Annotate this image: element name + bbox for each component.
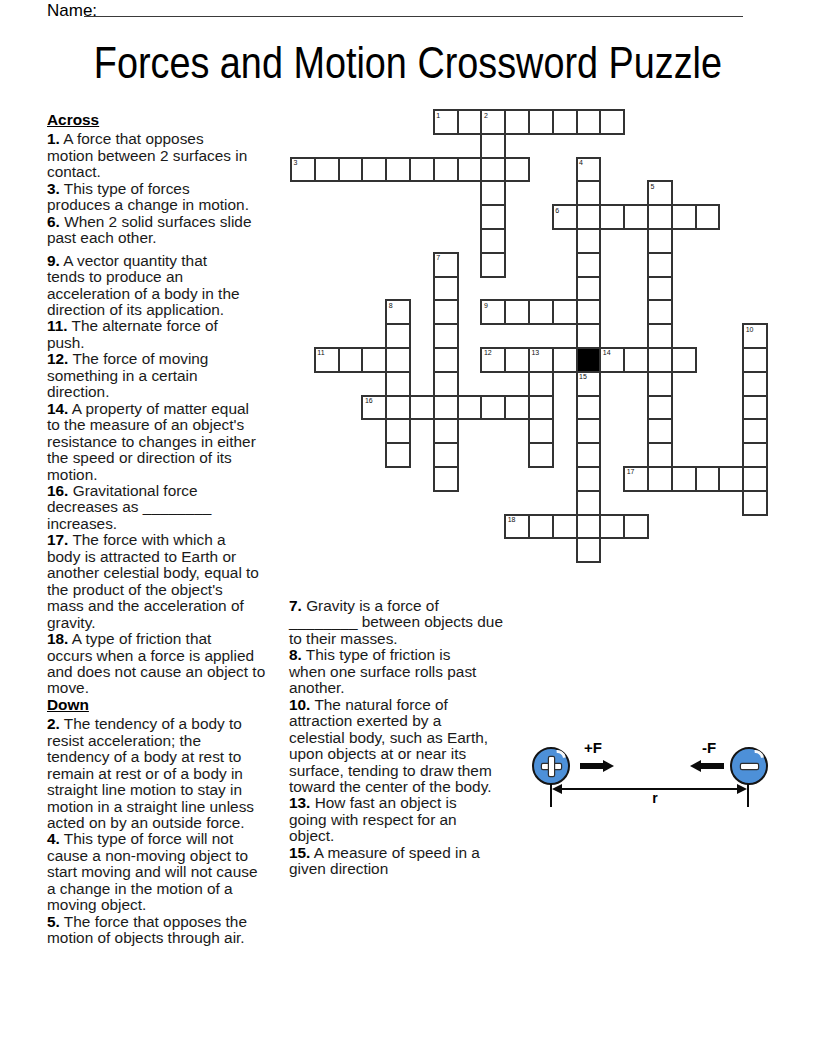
- clue-number-label: 17.: [47, 531, 68, 548]
- clue-text: A measure of speed in a given direction: [289, 844, 480, 877]
- grid-cell[interactable]: [458, 158, 482, 182]
- clue-18: 18. A type of friction that occurs when …: [47, 631, 292, 697]
- grid-cell[interactable]: [458, 110, 482, 134]
- plus-force-label: +F: [576, 739, 610, 756]
- grid-cell[interactable]: [672, 205, 696, 229]
- grid-cell[interactable]: [577, 253, 601, 277]
- across-clue-list: 1. A force that opposes motion between 2…: [47, 131, 292, 696]
- grid-cell[interactable]: [648, 277, 672, 301]
- clue-9: 9. A vector quantity that tends to produ…: [47, 253, 292, 319]
- grid-cell[interactable]: [386, 324, 410, 348]
- clue-text: The force of moving something in a certa…: [47, 350, 208, 400]
- grid-cell[interactable]: [743, 396, 767, 420]
- grid-cell[interactable]: [529, 300, 553, 324]
- negative-charge: [730, 747, 768, 785]
- clue-number-label: 13.: [289, 794, 310, 811]
- grid-cell[interactable]: [624, 348, 648, 372]
- clue-number-label: 4.: [47, 830, 60, 847]
- grid-cell[interactable]: [719, 467, 743, 491]
- grid-cell[interactable]: [505, 348, 529, 372]
- grid-cell[interactable]: [600, 110, 624, 134]
- grid-cell[interactable]: [743, 443, 767, 467]
- grid-cell[interactable]: [577, 110, 601, 134]
- grid-cell[interactable]: [481, 181, 505, 205]
- clue-text: The tendency of a body to resist acceler…: [47, 715, 254, 831]
- clue-7: 7. Gravity is a force of ________ betwee…: [289, 598, 537, 647]
- grid-cell[interactable]: [648, 229, 672, 253]
- across-heading: Across: [47, 112, 292, 128]
- grid-cell[interactable]: [743, 372, 767, 396]
- clue-2: 2. The tendency of a body to resist acce…: [47, 716, 292, 831]
- clue-number: 8: [389, 302, 393, 310]
- distance-label: r: [645, 790, 665, 806]
- grid-cell[interactable]: [648, 467, 672, 491]
- clue-number: 4: [579, 159, 583, 167]
- clue-number-label: 1.: [47, 130, 60, 147]
- grid-cell[interactable]: [339, 158, 363, 182]
- grid-cell[interactable]: [577, 419, 601, 443]
- grid-cell[interactable]: [553, 515, 577, 539]
- clue-number: 7: [436, 254, 440, 262]
- grid-cell[interactable]: [505, 110, 529, 134]
- clue-number: 17: [627, 468, 635, 476]
- clue-number-label: 11.: [47, 317, 68, 334]
- clue-8: 8. This type of friction is when one sur…: [289, 647, 537, 696]
- grid-cell[interactable]: [434, 419, 458, 443]
- grid-cell[interactable]: [481, 253, 505, 277]
- positive-charge: [532, 747, 570, 785]
- force-arrow-left: [700, 763, 724, 769]
- clue-number: 1: [436, 112, 440, 120]
- clue-6: 6. When 2 solid surfaces slide past each…: [47, 214, 292, 247]
- grid-cell[interactable]: [410, 158, 434, 182]
- grid-cell[interactable]: [577, 324, 601, 348]
- clue-number-label: 7.: [289, 597, 302, 614]
- grid-cell[interactable]: 18: [505, 515, 529, 539]
- grid-cell[interactable]: [600, 205, 624, 229]
- clue-number-label: 2.: [47, 715, 60, 732]
- grid-cell[interactable]: [577, 491, 601, 515]
- clues-column-left: Across 1. A force that opposes motion be…: [47, 112, 292, 947]
- grid-cell[interactable]: [434, 300, 458, 324]
- clue-16: 16. Gravitational force decreases as ___…: [47, 483, 292, 532]
- clue-12: 12. The force of moving something in a c…: [47, 351, 292, 400]
- clue-number-label: 8.: [289, 646, 302, 663]
- grid-cell[interactable]: [577, 515, 601, 539]
- clue-text: The natural force of attraction exerted …: [289, 696, 492, 795]
- clue-number: 9: [484, 302, 488, 310]
- clue-17: 17. The force with which a body is attra…: [47, 532, 292, 631]
- clue-15: 15. A measure of speed in a given direct…: [289, 845, 537, 878]
- grid-cell[interactable]: [505, 396, 529, 420]
- grid-cell[interactable]: [481, 396, 505, 420]
- grid-cell[interactable]: 4: [577, 158, 601, 182]
- grid-cell[interactable]: [529, 515, 553, 539]
- grid-cell[interactable]: 10: [743, 324, 767, 348]
- clue-text: A property of matter equal to the measur…: [47, 400, 256, 483]
- grid-cell[interactable]: [577, 443, 601, 467]
- grid-cell[interactable]: [577, 277, 601, 301]
- grid-cell[interactable]: 7: [434, 253, 458, 277]
- grid-cell[interactable]: [648, 205, 672, 229]
- clue-number-label: 5.: [47, 913, 60, 930]
- grid-cell[interactable]: 13: [529, 348, 553, 372]
- grid-cell[interactable]: 2: [481, 110, 505, 134]
- grid-cell[interactable]: 12: [481, 348, 505, 372]
- grid-cell[interactable]: 5: [648, 181, 672, 205]
- grid-cell[interactable]: 8: [386, 300, 410, 324]
- grid-cell[interactable]: [434, 467, 458, 491]
- grid-cell[interactable]: [648, 443, 672, 467]
- clue-number: 18: [508, 516, 516, 524]
- grid-cell[interactable]: [648, 419, 672, 443]
- clue-number: 14: [603, 349, 611, 357]
- grid-cell[interactable]: [624, 205, 648, 229]
- minus-force-label: -F: [692, 739, 726, 756]
- clue-number-label: 18.: [47, 630, 68, 647]
- grid-cell[interactable]: 1: [434, 110, 458, 134]
- grid-cell[interactable]: [577, 538, 601, 562]
- grid-cell[interactable]: [743, 491, 767, 515]
- grid-cell[interactable]: [434, 277, 458, 301]
- grid-cell[interactable]: [648, 372, 672, 396]
- clue-number: 11: [317, 349, 324, 357]
- page-title: Forces and Motion Crossword Puzzle: [0, 38, 816, 88]
- clue-1: 1. A force that opposes motion between 2…: [47, 131, 292, 180]
- grid-cell[interactable]: [481, 205, 505, 229]
- grid-cell[interactable]: [386, 443, 410, 467]
- clue-text: A vector quantity that tends to produce …: [47, 252, 240, 318]
- grid-cell[interactable]: [386, 396, 410, 420]
- grid-cell[interactable]: [577, 467, 601, 491]
- grid-cell[interactable]: 15: [577, 372, 601, 396]
- grid-cell[interactable]: [624, 515, 648, 539]
- grid-cell[interactable]: [505, 158, 529, 182]
- grid-cell[interactable]: [696, 467, 720, 491]
- grid-cell[interactable]: [672, 467, 696, 491]
- clue-14: 14. A property of matter equal to the me…: [47, 401, 292, 483]
- grid-cell[interactable]: [648, 253, 672, 277]
- grid-cell[interactable]: 11: [315, 348, 339, 372]
- clue-4: 4. This type of force will not cause a n…: [47, 831, 292, 913]
- clue-text: This type of force will not cause a non-…: [47, 830, 257, 913]
- clue-text: The force with which a body is attracted…: [47, 531, 259, 630]
- clue-number: 10: [746, 326, 754, 334]
- grid-cell[interactable]: [434, 372, 458, 396]
- clue-number-label: 14.: [47, 400, 68, 417]
- grid-cell[interactable]: [386, 419, 410, 443]
- clue-number: 16: [365, 397, 373, 405]
- grid-cell[interactable]: [529, 110, 553, 134]
- clue-number: 6: [555, 207, 559, 215]
- clue-number-label: 9.: [47, 252, 60, 269]
- grid-cell[interactable]: [481, 158, 505, 182]
- page-title-text: Forces and Motion Crossword Puzzle: [94, 38, 722, 88]
- clue-number-label: 12.: [47, 350, 68, 367]
- clue-text: When 2 solid surfaces slide past each ot…: [47, 213, 251, 246]
- clue-number: 12: [484, 349, 492, 357]
- grid-cell[interactable]: [434, 443, 458, 467]
- grid-cell[interactable]: [529, 372, 553, 396]
- grid-cell[interactable]: [481, 229, 505, 253]
- clue-text: This type of friction is when one surfac…: [289, 646, 476, 696]
- grid-cell[interactable]: 6: [553, 205, 577, 229]
- grid-cell[interactable]: [672, 348, 696, 372]
- force-arrow-left-head-icon: [690, 760, 701, 772]
- worksheet-page: Name: Forces and Motion Crossword Puzzle…: [0, 0, 816, 1056]
- minus-icon: [741, 764, 758, 769]
- grid-cell[interactable]: [434, 348, 458, 372]
- grid-cell[interactable]: 3: [291, 158, 315, 182]
- grid-cell[interactable]: [434, 324, 458, 348]
- grid-cell[interactable]: [648, 396, 672, 420]
- grid-cell[interactable]: 17: [624, 467, 648, 491]
- grid-cell[interactable]: [696, 205, 720, 229]
- grid-cell[interactable]: [362, 348, 386, 372]
- clue-13: 13. How fast an object is going with res…: [289, 795, 537, 844]
- clue-text: Gravity is a force of ________ between o…: [289, 597, 503, 647]
- grid-cell[interactable]: [553, 348, 577, 372]
- grid-cell[interactable]: [600, 515, 624, 539]
- grid-cell[interactable]: [553, 300, 577, 324]
- grid-cell[interactable]: [315, 158, 339, 182]
- grid-cell[interactable]: [743, 467, 767, 491]
- grid-cell[interactable]: [529, 396, 553, 420]
- plus-icon: [549, 757, 554, 776]
- clue-number: 2: [484, 112, 488, 120]
- clue-text: A force that opposes motion between 2 su…: [47, 130, 247, 180]
- distance-arrow-left-head-icon: [552, 784, 562, 794]
- clue-number-label: 6.: [47, 213, 60, 230]
- grid-cell[interactable]: [386, 372, 410, 396]
- grid-cell[interactable]: 9: [481, 300, 505, 324]
- clue-text: Gravitational force decreases as _______…: [47, 482, 211, 532]
- clue-11: 11. The alternate force of push.: [47, 318, 292, 351]
- grid-cell[interactable]: [434, 396, 458, 420]
- grid-cell[interactable]: [743, 419, 767, 443]
- clue-text: A type of friction that occurs when a fo…: [47, 630, 265, 696]
- down-clue-list-left: 2. The tendency of a body to resist acce…: [47, 716, 292, 946]
- clue-text: How fast an object is going with respect…: [289, 794, 457, 844]
- grid-cell[interactable]: 16: [362, 396, 386, 420]
- grid-cell[interactable]: [505, 300, 529, 324]
- grid-cell[interactable]: [553, 110, 577, 134]
- clue-number: 3: [294, 159, 298, 167]
- clue-number: 13: [531, 349, 539, 357]
- grid-cell[interactable]: [577, 229, 601, 253]
- clue-number: 5: [650, 183, 654, 191]
- name-blank-line[interactable]: [84, 2, 743, 17]
- grid-cell[interactable]: [386, 348, 410, 372]
- grid-cell[interactable]: [386, 158, 410, 182]
- clue-10: 10. The natural force of attraction exer…: [289, 697, 537, 796]
- grid-cell[interactable]: [648, 300, 672, 324]
- grid-cell[interactable]: [339, 348, 363, 372]
- force-arrow-right-head-icon: [603, 760, 614, 772]
- grid-cell[interactable]: [648, 348, 672, 372]
- clue-text: The alternate force of push.: [47, 317, 218, 350]
- clue-number-label: 3.: [47, 180, 60, 197]
- clue-number-label: 10.: [289, 696, 310, 713]
- grid-cell[interactable]: [577, 300, 601, 324]
- grid-cell[interactable]: [529, 443, 553, 467]
- grid-cell[interactable]: [434, 158, 458, 182]
- grid-cell[interactable]: [577, 396, 601, 420]
- clue-number: 15: [579, 373, 587, 381]
- force-arrow-right: [580, 763, 604, 769]
- clue-number-label: 16.: [47, 482, 68, 499]
- grid-cell[interactable]: [458, 396, 482, 420]
- clue-5: 5. The force that opposes the motion of …: [47, 914, 292, 947]
- distance-arrow-right-head-icon: [737, 784, 747, 794]
- clue-text: The force that opposes the motion of obj…: [47, 913, 247, 946]
- clue-3: 3. This type of forces produces a change…: [47, 181, 292, 214]
- grid-cell[interactable]: 14: [600, 348, 624, 372]
- grid-cell[interactable]: [648, 324, 672, 348]
- clues-column-middle: 7. Gravity is a force of ________ betwee…: [289, 598, 537, 878]
- grid-cell[interactable]: [481, 134, 505, 158]
- clue-number-label: 15.: [289, 844, 310, 861]
- grid-cell[interactable]: [410, 396, 434, 420]
- grid-cell[interactable]: [577, 205, 601, 229]
- grid-cell[interactable]: [577, 181, 601, 205]
- clue-text: This type of forces produces a change in…: [47, 180, 249, 213]
- grid-cell[interactable]: [362, 158, 386, 182]
- grid-cell[interactable]: [743, 348, 767, 372]
- blocked-cell: [577, 348, 601, 372]
- grid-cell[interactable]: [529, 419, 553, 443]
- down-heading: Down: [47, 697, 292, 713]
- crossword-grid: 123456789101112131415161718: [291, 110, 767, 562]
